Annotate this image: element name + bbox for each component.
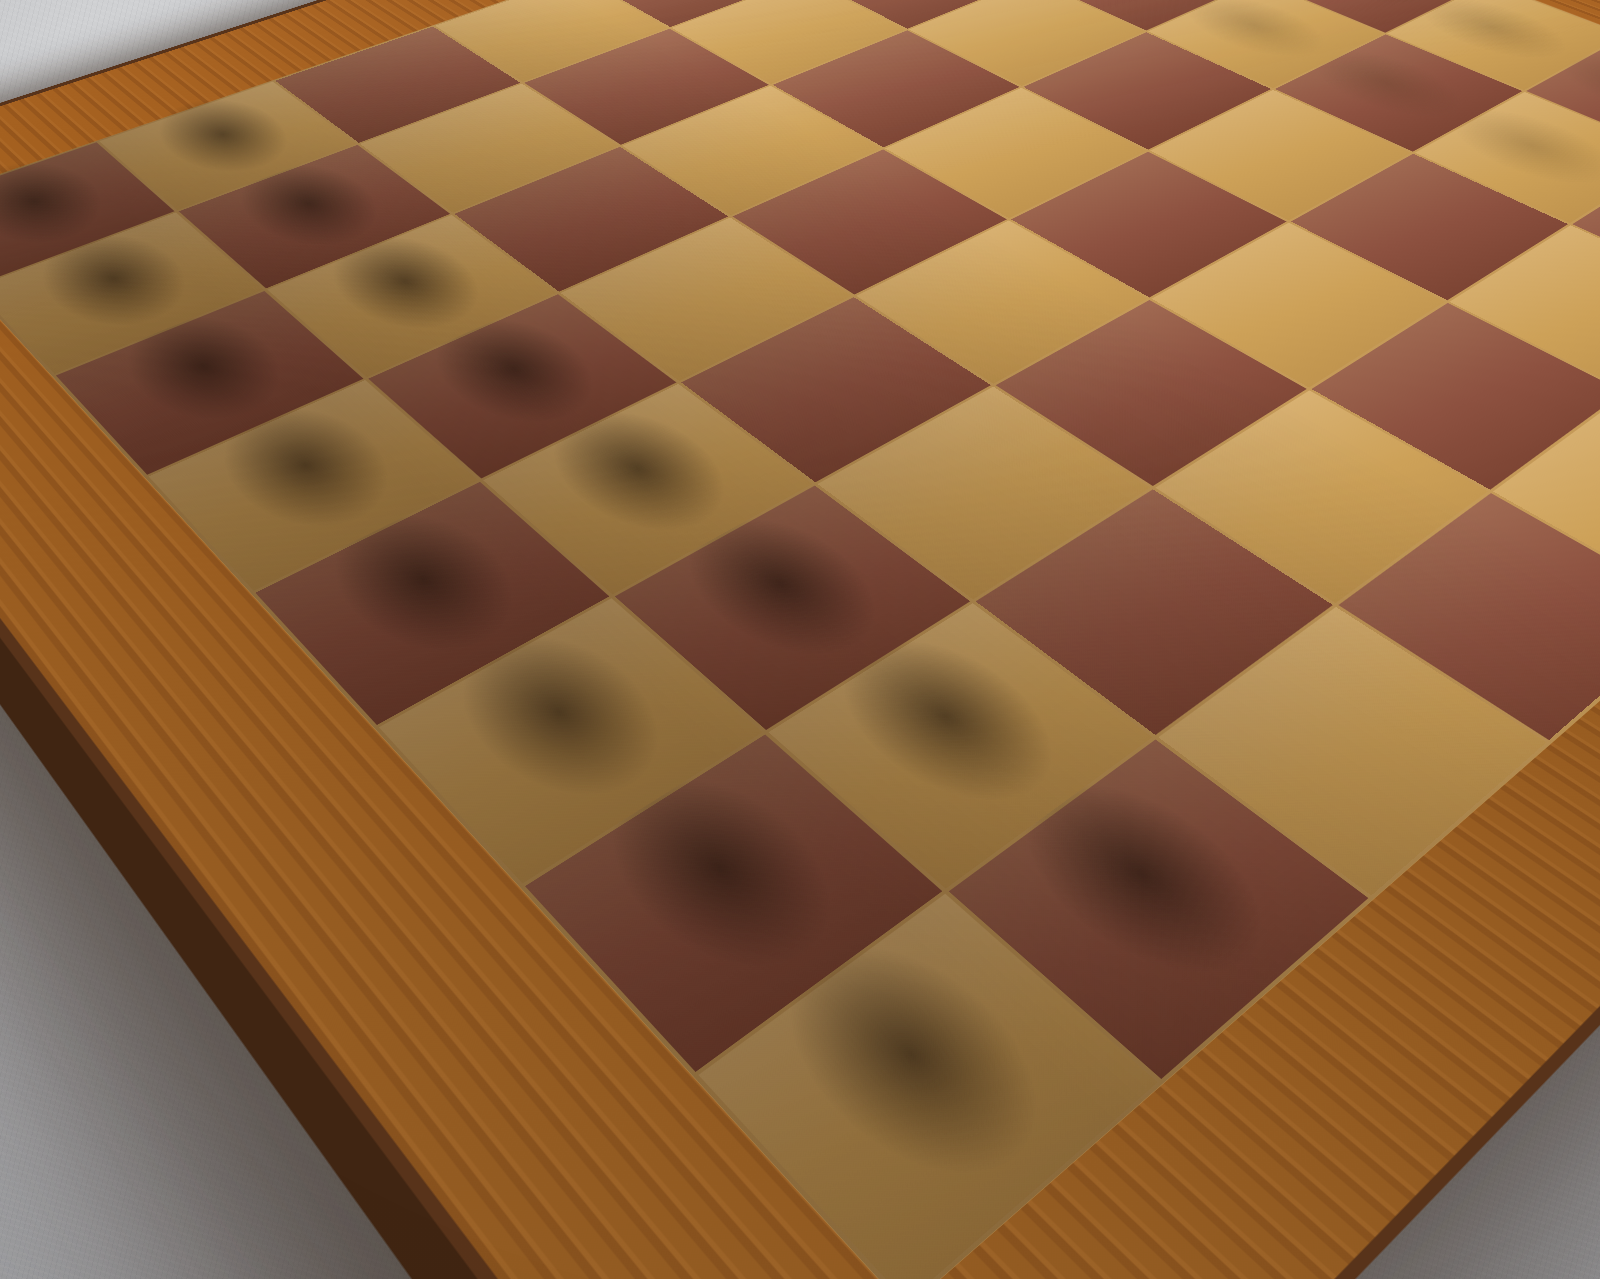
board-frame: ♜♞♝♛♚♝♞♜♟♟♟♟♟♟♟♟♟♟♟♟♟♟♟♟♜♞♝♛♚♝♞♜ <box>0 0 1600 1279</box>
square-a8[interactable]: ♜ <box>699 894 1158 1279</box>
photo-frame: ♜♞♝♛♚♝♞♜♟♟♟♟♟♟♟♟♟♟♟♟♟♟♟♟♜♞♝♛♚♝♞♜ chess r… <box>0 0 1600 1279</box>
board-squares: ♜♞♝♛♚♝♞♜♟♟♟♟♟♟♟♟♟♟♟♟♟♟♟♟♜♞♝♛♚♝♞♜ <box>0 0 1600 1279</box>
chessboard: ♜♞♝♛♚♝♞♜♟♟♟♟♟♟♟♟♟♟♟♟♟♟♟♟♜♞♝♛♚♝♞♜ <box>0 0 1600 1279</box>
black-rook[interactable]: ♜ <box>699 894 1158 1279</box>
table-scene: ♜♞♝♛♚♝♞♜♟♟♟♟♟♟♟♟♟♟♟♟♟♟♟♟♜♞♝♛♚♝♞♜ <box>0 0 1600 1279</box>
